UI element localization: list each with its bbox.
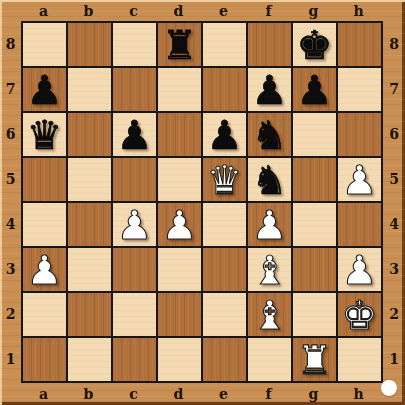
square-e8[interactable] (202, 22, 247, 67)
square-h7[interactable] (337, 67, 382, 112)
square-a4[interactable] (22, 202, 67, 247)
square-h6[interactable] (337, 112, 382, 157)
square-h8[interactable] (337, 22, 382, 67)
square-b7[interactable] (67, 67, 112, 112)
square-a2[interactable] (22, 292, 67, 337)
black-knight[interactable]: ♞ (252, 115, 288, 155)
square-a3[interactable]: ♟ (22, 247, 67, 292)
rank-label-left-6: 6 (0, 111, 21, 156)
square-c6[interactable]: ♟ (112, 112, 157, 157)
file-label-bottom-g: g (291, 383, 336, 405)
square-d1[interactable] (157, 337, 202, 382)
square-c5[interactable] (112, 157, 157, 202)
black-rook[interactable]: ♜ (162, 25, 198, 65)
rank-label-right-4: 4 (383, 201, 405, 246)
black-pawn[interactable]: ♟ (27, 70, 63, 110)
square-d2[interactable] (157, 292, 202, 337)
file-label-bottom-h: h (336, 383, 381, 405)
chess-board-frame: ♜♚♟♟♟♛♟♟♞♛♞♟♟♟♟♟♝♟♝♚♜ aabbccddeeffgghh88… (0, 0, 405, 405)
square-c3[interactable] (112, 247, 157, 292)
rank-label-left-8: 8 (0, 21, 21, 66)
square-b5[interactable] (67, 157, 112, 202)
white-pawn[interactable]: ♟ (342, 250, 378, 290)
file-label-bottom-a: a (21, 383, 66, 405)
square-h3[interactable]: ♟ (337, 247, 382, 292)
square-h4[interactable] (337, 202, 382, 247)
square-e7[interactable] (202, 67, 247, 112)
black-pawn[interactable]: ♟ (252, 70, 288, 110)
white-pawn[interactable]: ♟ (162, 205, 198, 245)
square-g3[interactable] (292, 247, 337, 292)
square-a5[interactable] (22, 157, 67, 202)
square-e5[interactable]: ♛ (202, 157, 247, 202)
rank-label-right-1: 1 (383, 336, 405, 381)
square-g6[interactable] (292, 112, 337, 157)
square-a8[interactable] (22, 22, 67, 67)
square-d7[interactable] (157, 67, 202, 112)
square-d6[interactable] (157, 112, 202, 157)
square-a6[interactable]: ♛ (22, 112, 67, 157)
square-g7[interactable]: ♟ (292, 67, 337, 112)
square-d3[interactable] (157, 247, 202, 292)
white-bishop[interactable]: ♝ (252, 295, 288, 335)
file-label-top-c: c (111, 0, 156, 21)
white-pawn[interactable]: ♟ (252, 205, 288, 245)
square-h1[interactable] (337, 337, 382, 382)
file-label-top-e: e (201, 0, 246, 21)
white-king[interactable]: ♚ (342, 295, 378, 335)
square-b2[interactable] (67, 292, 112, 337)
rank-label-left-2: 2 (0, 291, 21, 336)
square-c4[interactable]: ♟ (112, 202, 157, 247)
square-b4[interactable] (67, 202, 112, 247)
square-f6[interactable]: ♞ (247, 112, 292, 157)
square-f4[interactable]: ♟ (247, 202, 292, 247)
square-b8[interactable] (67, 22, 112, 67)
square-e4[interactable] (202, 202, 247, 247)
white-pawn[interactable]: ♟ (27, 250, 63, 290)
file-label-bottom-d: d (156, 383, 201, 405)
file-label-bottom-b: b (66, 383, 111, 405)
square-b3[interactable] (67, 247, 112, 292)
square-e1[interactable] (202, 337, 247, 382)
rank-label-left-4: 4 (0, 201, 21, 246)
square-f7[interactable]: ♟ (247, 67, 292, 112)
rank-label-left-3: 3 (0, 246, 21, 291)
square-f5[interactable]: ♞ (247, 157, 292, 202)
square-b1[interactable] (67, 337, 112, 382)
file-label-bottom-f: f (246, 383, 291, 405)
file-label-top-h: h (336, 0, 381, 21)
square-d5[interactable] (157, 157, 202, 202)
file-label-top-g: g (291, 0, 336, 21)
white-to-move-indicator (381, 380, 397, 396)
white-pawn[interactable]: ♟ (342, 160, 378, 200)
square-c1[interactable] (112, 337, 157, 382)
square-h2[interactable]: ♚ (337, 292, 382, 337)
black-knight[interactable]: ♞ (252, 160, 288, 200)
square-e3[interactable] (202, 247, 247, 292)
square-f1[interactable] (247, 337, 292, 382)
rank-label-right-6: 6 (383, 111, 405, 156)
square-g2[interactable] (292, 292, 337, 337)
square-b6[interactable] (67, 112, 112, 157)
square-f8[interactable] (247, 22, 292, 67)
white-queen[interactable]: ♛ (207, 160, 243, 200)
square-a7[interactable]: ♟ (22, 67, 67, 112)
square-f3[interactable]: ♝ (247, 247, 292, 292)
rank-label-right-7: 7 (383, 66, 405, 111)
rank-label-right-8: 8 (383, 21, 405, 66)
black-pawn[interactable]: ♟ (117, 115, 153, 155)
file-label-top-d: d (156, 0, 201, 21)
square-c2[interactable] (112, 292, 157, 337)
rank-label-right-2: 2 (383, 291, 405, 336)
square-d4[interactable]: ♟ (157, 202, 202, 247)
file-label-bottom-c: c (111, 383, 156, 405)
square-c8[interactable] (112, 22, 157, 67)
black-pawn[interactable]: ♟ (297, 70, 333, 110)
white-rook[interactable]: ♜ (297, 340, 333, 380)
square-f2[interactable]: ♝ (247, 292, 292, 337)
rank-label-left-1: 1 (0, 336, 21, 381)
black-pawn[interactable]: ♟ (207, 115, 243, 155)
white-pawn[interactable]: ♟ (117, 205, 153, 245)
square-g5[interactable] (292, 157, 337, 202)
square-c7[interactable] (112, 67, 157, 112)
file-label-top-a: a (21, 0, 66, 21)
black-king[interactable]: ♚ (297, 25, 333, 65)
square-a1[interactable] (22, 337, 67, 382)
square-h5[interactable]: ♟ (337, 157, 382, 202)
file-label-bottom-e: e (201, 383, 246, 405)
black-queen[interactable]: ♛ (27, 115, 63, 155)
rank-label-left-7: 7 (0, 66, 21, 111)
rank-label-right-3: 3 (383, 246, 405, 291)
file-label-top-f: f (246, 0, 291, 21)
white-bishop[interactable]: ♝ (252, 250, 288, 290)
square-g8[interactable]: ♚ (292, 22, 337, 67)
square-g1[interactable]: ♜ (292, 337, 337, 382)
chess-board: ♜♚♟♟♟♛♟♟♞♛♞♟♟♟♟♟♝♟♝♚♜ (21, 21, 383, 383)
file-label-top-b: b (66, 0, 111, 21)
square-g4[interactable] (292, 202, 337, 247)
square-d8[interactable]: ♜ (157, 22, 202, 67)
rank-label-right-5: 5 (383, 156, 405, 201)
square-e6[interactable]: ♟ (202, 112, 247, 157)
rank-label-left-5: 5 (0, 156, 21, 201)
square-e2[interactable] (202, 292, 247, 337)
